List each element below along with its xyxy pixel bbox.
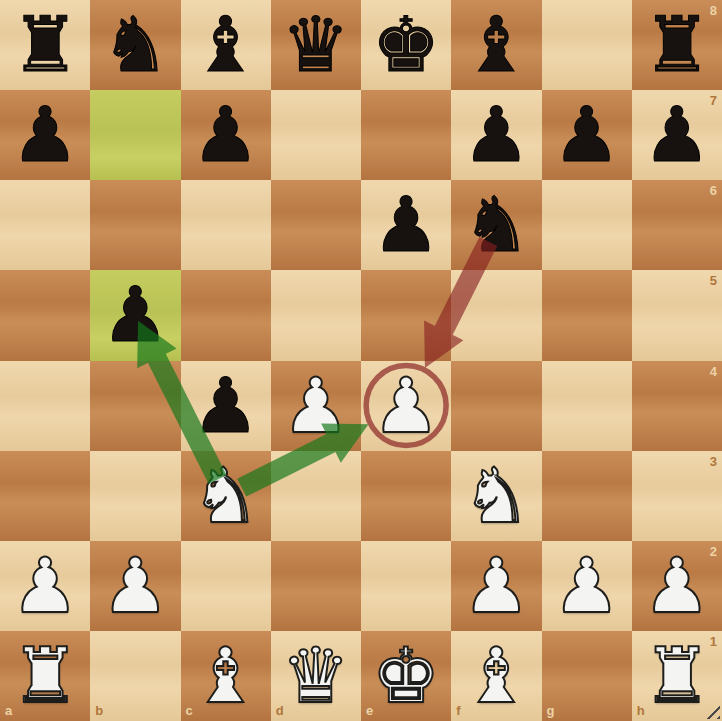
square-d1[interactable]: d♛ bbox=[271, 631, 361, 721]
white-queen[interactable]: ♛ bbox=[271, 631, 361, 721]
rank-label-3: 3 bbox=[710, 455, 717, 468]
square-b3[interactable] bbox=[90, 451, 180, 541]
square-a6[interactable] bbox=[0, 180, 90, 270]
square-g3[interactable] bbox=[542, 451, 632, 541]
square-h6[interactable]: 6 bbox=[632, 180, 722, 270]
black-bishop[interactable]: ♝ bbox=[451, 0, 541, 90]
square-b8[interactable]: ♞ bbox=[90, 0, 180, 90]
black-pawn[interactable]: ♟ bbox=[632, 90, 722, 180]
square-e3[interactable] bbox=[361, 451, 451, 541]
square-h1[interactable]: 1h♜ bbox=[632, 631, 722, 721]
square-h7[interactable]: 7♟ bbox=[632, 90, 722, 180]
black-pawn[interactable]: ♟ bbox=[90, 270, 180, 360]
white-rook[interactable]: ♜ bbox=[632, 631, 722, 721]
square-a8[interactable]: ♜ bbox=[0, 0, 90, 90]
square-g8[interactable] bbox=[542, 0, 632, 90]
square-h4[interactable]: 4 bbox=[632, 361, 722, 451]
square-d7[interactable] bbox=[271, 90, 361, 180]
square-a7[interactable]: ♟ bbox=[0, 90, 90, 180]
square-g5[interactable] bbox=[542, 270, 632, 360]
square-g7[interactable]: ♟ bbox=[542, 90, 632, 180]
square-f2[interactable]: ♟ bbox=[451, 541, 541, 631]
black-pawn[interactable]: ♟ bbox=[181, 90, 271, 180]
square-e2[interactable] bbox=[361, 541, 451, 631]
square-f7[interactable]: ♟ bbox=[451, 90, 541, 180]
square-c5[interactable] bbox=[181, 270, 271, 360]
white-knight[interactable]: ♞ bbox=[181, 451, 271, 541]
square-g4[interactable] bbox=[542, 361, 632, 451]
square-a5[interactable] bbox=[0, 270, 90, 360]
square-c2[interactable] bbox=[181, 541, 271, 631]
square-b4[interactable] bbox=[90, 361, 180, 451]
square-b1[interactable]: b bbox=[90, 631, 180, 721]
black-pawn[interactable]: ♟ bbox=[542, 90, 632, 180]
square-f8[interactable]: ♝ bbox=[451, 0, 541, 90]
square-f6[interactable]: ♞ bbox=[451, 180, 541, 270]
white-bishop[interactable]: ♝ bbox=[181, 631, 271, 721]
square-a1[interactable]: a♜ bbox=[0, 631, 90, 721]
white-pawn[interactable]: ♟ bbox=[361, 361, 451, 451]
square-e8[interactable]: ♚ bbox=[361, 0, 451, 90]
white-pawn[interactable]: ♟ bbox=[542, 541, 632, 631]
white-knight[interactable]: ♞ bbox=[451, 451, 541, 541]
square-c4[interactable]: ♟ bbox=[181, 361, 271, 451]
square-b5[interactable]: ♟ bbox=[90, 270, 180, 360]
square-f4[interactable] bbox=[451, 361, 541, 451]
square-d5[interactable] bbox=[271, 270, 361, 360]
white-pawn[interactable]: ♟ bbox=[632, 541, 722, 631]
square-c8[interactable]: ♝ bbox=[181, 0, 271, 90]
square-f1[interactable]: f♝ bbox=[451, 631, 541, 721]
black-king[interactable]: ♚ bbox=[361, 0, 451, 90]
square-h2[interactable]: 2♟ bbox=[632, 541, 722, 631]
black-pawn[interactable]: ♟ bbox=[451, 90, 541, 180]
square-d2[interactable] bbox=[271, 541, 361, 631]
square-d8[interactable]: ♛ bbox=[271, 0, 361, 90]
black-knight[interactable]: ♞ bbox=[451, 180, 541, 270]
square-e1[interactable]: e♚ bbox=[361, 631, 451, 721]
white-bishop[interactable]: ♝ bbox=[451, 631, 541, 721]
square-e7[interactable] bbox=[361, 90, 451, 180]
white-king[interactable]: ♚ bbox=[361, 631, 451, 721]
rank-label-5: 5 bbox=[710, 274, 717, 287]
square-h5[interactable]: 5 bbox=[632, 270, 722, 360]
square-d3[interactable] bbox=[271, 451, 361, 541]
square-b6[interactable] bbox=[90, 180, 180, 270]
file-label-b: b bbox=[95, 704, 103, 717]
black-rook[interactable]: ♜ bbox=[632, 0, 722, 90]
square-g6[interactable] bbox=[542, 180, 632, 270]
white-pawn[interactable]: ♟ bbox=[271, 361, 361, 451]
square-e5[interactable] bbox=[361, 270, 451, 360]
square-f5[interactable] bbox=[451, 270, 541, 360]
square-a2[interactable]: ♟ bbox=[0, 541, 90, 631]
black-pawn[interactable]: ♟ bbox=[181, 361, 271, 451]
square-b2[interactable]: ♟ bbox=[90, 541, 180, 631]
square-h8[interactable]: 8♜ bbox=[632, 0, 722, 90]
square-d4[interactable]: ♟ bbox=[271, 361, 361, 451]
square-e6[interactable]: ♟ bbox=[361, 180, 451, 270]
square-e4[interactable]: ♟ bbox=[361, 361, 451, 451]
black-rook[interactable]: ♜ bbox=[0, 0, 90, 90]
black-pawn[interactable]: ♟ bbox=[0, 90, 90, 180]
square-g1[interactable]: g bbox=[542, 631, 632, 721]
square-c1[interactable]: c♝ bbox=[181, 631, 271, 721]
square-h3[interactable]: 3 bbox=[632, 451, 722, 541]
square-g2[interactable]: ♟ bbox=[542, 541, 632, 631]
rank-label-6: 6 bbox=[710, 184, 717, 197]
black-bishop[interactable]: ♝ bbox=[181, 0, 271, 90]
chess-board-app: ♜♞♝♛♚♝8♜♟♟♟♟7♟♟♞6♟5♟♟♟4♞♞3♟♟♟♟2♟a♜bc♝d♛e… bbox=[0, 0, 722, 721]
white-pawn[interactable]: ♟ bbox=[451, 541, 541, 631]
square-a3[interactable] bbox=[0, 451, 90, 541]
white-rook[interactable]: ♜ bbox=[0, 631, 90, 721]
white-pawn[interactable]: ♟ bbox=[90, 541, 180, 631]
square-d6[interactable] bbox=[271, 180, 361, 270]
black-queen[interactable]: ♛ bbox=[271, 0, 361, 90]
square-c6[interactable] bbox=[181, 180, 271, 270]
square-a4[interactable] bbox=[0, 361, 90, 451]
black-knight[interactable]: ♞ bbox=[90, 0, 180, 90]
white-pawn[interactable]: ♟ bbox=[0, 541, 90, 631]
square-f3[interactable]: ♞ bbox=[451, 451, 541, 541]
black-pawn[interactable]: ♟ bbox=[361, 180, 451, 270]
chess-board: ♜♞♝♛♚♝8♜♟♟♟♟7♟♟♞6♟5♟♟♟4♞♞3♟♟♟♟2♟a♜bc♝d♛e… bbox=[0, 0, 722, 721]
rank-label-4: 4 bbox=[710, 365, 717, 378]
square-c3[interactable]: ♞ bbox=[181, 451, 271, 541]
square-c7[interactable]: ♟ bbox=[181, 90, 271, 180]
square-b7[interactable] bbox=[90, 90, 180, 180]
file-label-g: g bbox=[547, 704, 555, 717]
